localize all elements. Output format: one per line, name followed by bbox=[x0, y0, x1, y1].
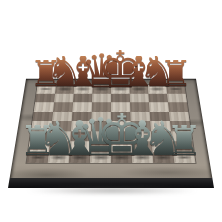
wood-grain bbox=[171, 131, 192, 141]
wood-grain bbox=[52, 112, 72, 122]
wood-grain bbox=[34, 102, 54, 111]
chess-board bbox=[8, 79, 214, 188]
wood-grain bbox=[149, 102, 169, 111]
wood-grain bbox=[131, 121, 151, 131]
wood-grain bbox=[51, 121, 72, 131]
square-c7 bbox=[73, 93, 92, 102]
square-a5 bbox=[32, 112, 53, 122]
square-h7 bbox=[167, 93, 187, 102]
wood-grain bbox=[111, 131, 131, 141]
wood-grain bbox=[150, 112, 170, 122]
square-f5 bbox=[130, 112, 150, 122]
piece-shadow bbox=[166, 87, 185, 92]
square-c2 bbox=[70, 141, 91, 152]
square-b5 bbox=[52, 112, 72, 122]
square-g6 bbox=[149, 102, 169, 111]
square-e4 bbox=[111, 121, 131, 131]
square-g7 bbox=[148, 93, 168, 102]
square-a2 bbox=[28, 141, 50, 152]
square-h3 bbox=[171, 131, 192, 141]
wood-grain bbox=[91, 131, 111, 141]
wood-grain bbox=[72, 102, 92, 111]
wood-grain bbox=[31, 121, 52, 131]
wood-grain bbox=[130, 112, 150, 122]
wood-grain bbox=[91, 112, 111, 122]
wood-grain bbox=[130, 93, 149, 102]
board-drop-shadow bbox=[10, 186, 214, 195]
square-b7 bbox=[54, 93, 74, 102]
wood-grain bbox=[150, 121, 171, 131]
wood-grain bbox=[70, 131, 91, 141]
wood-grain bbox=[32, 112, 53, 122]
square-f2 bbox=[131, 141, 152, 152]
wood-grain bbox=[111, 112, 131, 122]
wood-grain bbox=[130, 102, 150, 111]
wood-grain bbox=[152, 141, 173, 152]
square-h2 bbox=[172, 141, 194, 152]
wood-grain bbox=[71, 121, 91, 131]
square-e7 bbox=[111, 93, 130, 102]
square-f3 bbox=[131, 131, 152, 141]
square-b6 bbox=[53, 102, 73, 111]
wood-grain bbox=[167, 93, 187, 102]
chess-set-product-photo[interactable]: ♜♞♝♛♚♝♞♜♜♞♝♛♚♝♞♜ bbox=[0, 0, 222, 222]
square-g2 bbox=[152, 141, 173, 152]
wood-grain bbox=[91, 121, 111, 131]
wood-grain bbox=[151, 131, 172, 141]
square-d6 bbox=[92, 102, 111, 111]
square-h5 bbox=[169, 112, 190, 122]
wood-grain bbox=[30, 131, 51, 141]
square-e6 bbox=[111, 102, 130, 111]
wood-grain bbox=[111, 121, 131, 131]
wood-grain bbox=[111, 93, 130, 102]
square-a6 bbox=[34, 102, 54, 111]
wood-grain bbox=[90, 141, 111, 152]
square-g5 bbox=[150, 112, 170, 122]
square-e5 bbox=[111, 112, 131, 122]
wood-grain bbox=[73, 93, 92, 102]
square-a7 bbox=[35, 93, 55, 102]
square-c4 bbox=[71, 121, 91, 131]
square-g3 bbox=[151, 131, 172, 141]
square-g4 bbox=[150, 121, 171, 131]
square-c5 bbox=[72, 112, 92, 122]
square-e2 bbox=[111, 141, 132, 152]
square-a3 bbox=[30, 131, 51, 141]
piece-shadow bbox=[151, 154, 176, 160]
wood-grain bbox=[49, 141, 70, 152]
wood-grain bbox=[172, 141, 194, 152]
wood-grain bbox=[168, 102, 188, 111]
wood-grain bbox=[70, 141, 91, 152]
square-b3 bbox=[50, 131, 71, 141]
square-d4 bbox=[91, 121, 111, 131]
square-c3 bbox=[70, 131, 91, 141]
wood-grain bbox=[111, 141, 132, 152]
square-b4 bbox=[51, 121, 72, 131]
square-h4 bbox=[170, 121, 191, 131]
board-squares bbox=[27, 85, 196, 163]
wood-grain bbox=[28, 141, 50, 152]
square-f6 bbox=[130, 102, 150, 111]
wood-grain bbox=[131, 131, 152, 141]
wood-grain bbox=[50, 131, 71, 141]
square-c6 bbox=[72, 102, 92, 111]
square-d7 bbox=[92, 93, 111, 102]
square-d5 bbox=[91, 112, 111, 122]
square-f7 bbox=[130, 93, 149, 102]
wood-grain bbox=[92, 102, 111, 111]
square-f4 bbox=[131, 121, 151, 131]
wood-grain bbox=[92, 93, 111, 102]
wood-grain bbox=[148, 93, 168, 102]
wood-grain bbox=[72, 112, 92, 122]
wood-grain bbox=[53, 102, 73, 111]
wood-grain bbox=[54, 93, 74, 102]
square-d2 bbox=[90, 141, 111, 152]
wood-grain bbox=[131, 141, 152, 152]
square-b2 bbox=[49, 141, 70, 152]
wood-grain bbox=[169, 112, 190, 122]
square-d3 bbox=[91, 131, 111, 141]
wood-grain bbox=[111, 102, 130, 111]
square-a4 bbox=[31, 121, 52, 131]
square-h6 bbox=[168, 102, 188, 111]
wood-grain bbox=[170, 121, 191, 131]
wood-grain bbox=[35, 93, 55, 102]
square-e3 bbox=[111, 131, 131, 141]
